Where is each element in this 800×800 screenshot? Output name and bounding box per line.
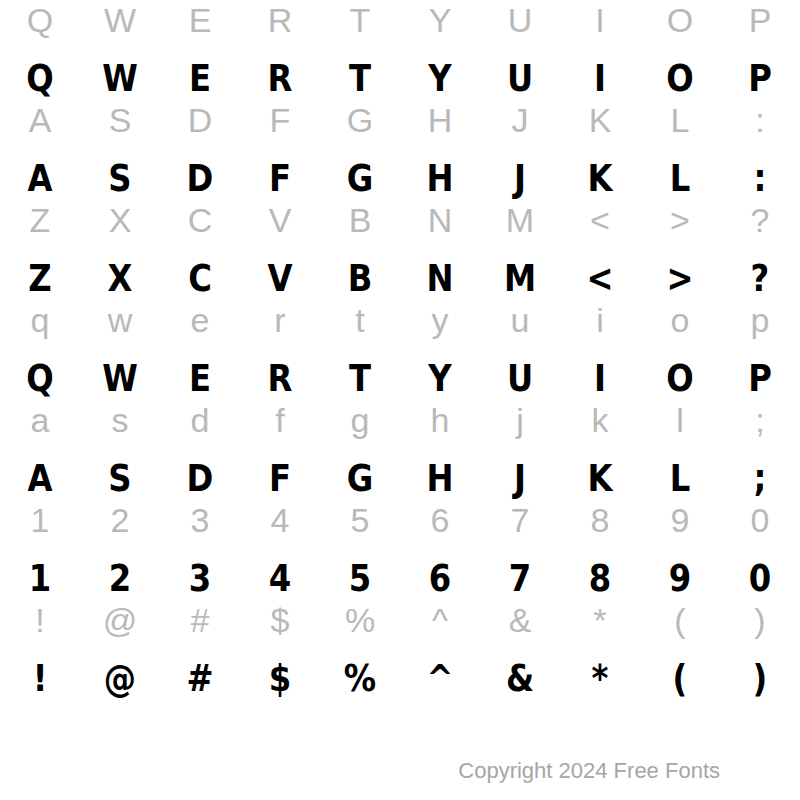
reference-char: $: [240, 603, 320, 637]
reference-char: 4: [240, 503, 320, 537]
glyph-char: B: [326, 259, 394, 297]
keyboard-row-pair: ASDFGHJKL:ASDFGHJKL:: [0, 100, 800, 200]
reference-char: P: [720, 3, 800, 37]
reference-char: K: [560, 103, 640, 137]
glyph-char: G: [326, 159, 394, 197]
reference-char: 5: [320, 503, 400, 537]
glyph-row: ZXCVBNM<>?: [0, 240, 800, 300]
reference-char: l: [640, 403, 720, 437]
glyph-char: W: [86, 359, 154, 397]
glyph-row: ASDFGHJKL:: [0, 140, 800, 200]
glyph-char: 8: [566, 559, 634, 597]
keyboard-row-pair: QWERTYUIOPQWERTYUIOP: [0, 0, 800, 100]
glyph-char: F: [246, 459, 314, 497]
reference-char: 2: [80, 503, 160, 537]
reference-char: D: [160, 103, 240, 137]
glyph-char: %: [326, 659, 394, 697]
glyph-char: Q: [6, 359, 74, 397]
reference-char: G: [320, 103, 400, 137]
reference-char: f: [240, 403, 320, 437]
reference-row: asdfghjkl;: [0, 400, 800, 440]
glyph-char: >: [646, 259, 714, 297]
glyph-char: J: [486, 459, 554, 497]
reference-char: :: [720, 103, 800, 137]
glyph-char: I: [566, 59, 634, 97]
glyph-char: L: [646, 459, 714, 497]
reference-char: L: [640, 103, 720, 137]
reference-char: (: [640, 603, 720, 637]
glyph-char: *: [566, 659, 634, 697]
glyph-char: (: [646, 659, 714, 697]
glyph-char: R: [246, 59, 314, 97]
reference-char: 9: [640, 503, 720, 537]
reference-char: s: [80, 403, 160, 437]
reference-char: w: [80, 303, 160, 337]
reference-char: %: [320, 603, 400, 637]
reference-char: q: [0, 303, 80, 337]
glyph-char: E: [166, 59, 234, 97]
glyph-char: D: [166, 159, 234, 197]
reference-char: p: [720, 303, 800, 337]
reference-char: H: [400, 103, 480, 137]
glyph-char: Q: [6, 59, 74, 97]
reference-char: O: [640, 3, 720, 37]
reference-char: g: [320, 403, 400, 437]
reference-char: r: [240, 303, 320, 337]
glyph-row: 1234567890: [0, 540, 800, 600]
reference-row: ASDFGHJKL:: [0, 100, 800, 140]
glyph-char: A: [6, 159, 74, 197]
reference-char: ^: [400, 603, 480, 637]
reference-char: i: [560, 303, 640, 337]
glyph-char: 2: [86, 559, 154, 597]
glyph-char: S: [86, 459, 154, 497]
reference-char: I: [560, 3, 640, 37]
glyph-char: 1: [6, 559, 74, 597]
reference-char: #: [160, 603, 240, 637]
reference-row: ZXCVBNM<>?: [0, 200, 800, 240]
glyph-row: !@#$%^&*(): [0, 640, 800, 700]
glyph-char: Y: [406, 59, 474, 97]
glyph-char: ;: [726, 459, 794, 497]
reference-char: <: [560, 203, 640, 237]
reference-char: a: [0, 403, 80, 437]
reference-char: J: [480, 103, 560, 137]
reference-row: qwertyuiop: [0, 300, 800, 340]
reference-char: @: [80, 603, 160, 637]
reference-char: *: [560, 603, 640, 637]
reference-char: ?: [720, 203, 800, 237]
glyph-char: H: [406, 159, 474, 197]
glyph-char: X: [86, 259, 154, 297]
reference-char: &: [480, 603, 560, 637]
reference-char: j: [480, 403, 560, 437]
glyph-char: M: [486, 259, 554, 297]
reference-char: o: [640, 303, 720, 337]
glyph-char: A: [6, 459, 74, 497]
glyph-char: :: [726, 159, 794, 197]
glyph-char: D: [166, 459, 234, 497]
reference-char: ): [720, 603, 800, 637]
reference-char: E: [160, 3, 240, 37]
glyph-char: 5: [326, 559, 394, 597]
glyph-char: T: [326, 59, 394, 97]
glyph-char: ?: [726, 259, 794, 297]
reference-char: k: [560, 403, 640, 437]
reference-char: y: [400, 303, 480, 337]
reference-char: R: [240, 3, 320, 37]
glyph-char: <: [566, 259, 634, 297]
glyph-char: I: [566, 359, 634, 397]
reference-char: U: [480, 3, 560, 37]
reference-char: 7: [480, 503, 560, 537]
glyph-row: ASDFGHJKL;: [0, 440, 800, 500]
reference-char: N: [400, 203, 480, 237]
reference-char: M: [480, 203, 560, 237]
keyboard-row-pair: 12345678901234567890: [0, 500, 800, 600]
reference-char: e: [160, 303, 240, 337]
reference-char: T: [320, 3, 400, 37]
reference-char: X: [80, 203, 160, 237]
keyboard-row-pair: qwertyuiopQWERTYUIOP: [0, 300, 800, 400]
glyph-row: QWERTYUIOP: [0, 340, 800, 400]
glyph-char: !: [6, 659, 74, 697]
glyph-char: G: [326, 459, 394, 497]
reference-char: 6: [400, 503, 480, 537]
reference-char: 0: [720, 503, 800, 537]
glyph-char: 4: [246, 559, 314, 597]
character-grid: QWERTYUIOPQWERTYUIOPASDFGHJKL:ASDFGHJKL:…: [0, 0, 800, 700]
glyph-char: #: [166, 659, 234, 697]
glyph-char: Z: [6, 259, 74, 297]
glyph-char: P: [726, 59, 794, 97]
glyph-char: O: [646, 59, 714, 97]
glyph-char: J: [486, 159, 554, 197]
copyright-text: Copyright 2024 Free Fonts: [458, 758, 720, 784]
glyph-char: 0: [726, 559, 794, 597]
glyph-char: U: [486, 59, 554, 97]
keyboard-row-pair: asdfghjkl;ASDFGHJKL;: [0, 400, 800, 500]
glyph-char: 6: [406, 559, 474, 597]
reference-char: h: [400, 403, 480, 437]
reference-row: 1234567890: [0, 500, 800, 540]
reference-char: A: [0, 103, 80, 137]
glyph-char: S: [86, 159, 154, 197]
reference-char: Y: [400, 3, 480, 37]
glyph-char: E: [166, 359, 234, 397]
glyph-char: C: [166, 259, 234, 297]
glyph-char: @: [86, 659, 154, 697]
keyboard-row-pair: ZXCVBNM<>?ZXCVBNM<>?: [0, 200, 800, 300]
glyph-char: ^: [406, 659, 474, 697]
reference-char: V: [240, 203, 320, 237]
reference-char: !: [0, 603, 80, 637]
reference-char: 8: [560, 503, 640, 537]
glyph-char: 3: [166, 559, 234, 597]
glyph-char: ): [726, 659, 794, 697]
reference-char: t: [320, 303, 400, 337]
reference-row: !@#$%^&*(): [0, 600, 800, 640]
reference-char: 3: [160, 503, 240, 537]
glyph-char: $: [246, 659, 314, 697]
glyph-char: P: [726, 359, 794, 397]
reference-char: u: [480, 303, 560, 337]
reference-char: >: [640, 203, 720, 237]
glyph-char: Y: [406, 359, 474, 397]
glyph-char: &: [486, 659, 554, 697]
reference-char: F: [240, 103, 320, 137]
reference-char: W: [80, 3, 160, 37]
keyboard-row-pair: !@#$%^&*()!@#$%^&*(): [0, 600, 800, 700]
reference-char: Q: [0, 3, 80, 37]
glyph-char: K: [566, 159, 634, 197]
glyph-char: W: [86, 59, 154, 97]
reference-char: B: [320, 203, 400, 237]
glyph-char: N: [406, 259, 474, 297]
reference-char: 1: [0, 503, 80, 537]
glyph-char: H: [406, 459, 474, 497]
reference-char: ;: [720, 403, 800, 437]
glyph-char: K: [566, 459, 634, 497]
glyph-char: L: [646, 159, 714, 197]
reference-row: QWERTYUIOP: [0, 0, 800, 40]
reference-char: S: [80, 103, 160, 137]
glyph-char: F: [246, 159, 314, 197]
glyph-char: 9: [646, 559, 714, 597]
glyph-char: 7: [486, 559, 554, 597]
glyph-char: R: [246, 359, 314, 397]
reference-char: C: [160, 203, 240, 237]
glyph-char: V: [246, 259, 314, 297]
reference-char: Z: [0, 203, 80, 237]
glyph-char: U: [486, 359, 554, 397]
glyph-row: QWERTYUIOP: [0, 40, 800, 100]
glyph-char: O: [646, 359, 714, 397]
glyph-char: T: [326, 359, 394, 397]
reference-char: d: [160, 403, 240, 437]
